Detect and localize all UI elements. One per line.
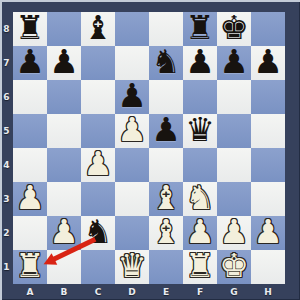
chess-board-frame: 87654321 ABCDEFGH ♜♝♜♚♟♟♞♟♟♟♟♟♟♛♟♟♝♞♟♞♝♟… — [0, 0, 300, 300]
square-h4[interactable] — [251, 148, 285, 182]
square-a4[interactable] — [13, 148, 47, 182]
file-label-C: C — [81, 284, 115, 300]
square-e5[interactable]: ♟ — [149, 114, 183, 148]
square-d2[interactable] — [115, 216, 149, 250]
white-pawn[interactable]: ♟ — [15, 181, 45, 215]
square-b4[interactable] — [47, 148, 81, 182]
rank-label-5: 5 — [0, 114, 13, 148]
square-g2[interactable]: ♟ — [217, 216, 251, 250]
square-f2[interactable]: ♟ — [183, 216, 217, 250]
square-h7[interactable]: ♟ — [251, 46, 285, 80]
square-e3[interactable]: ♝ — [149, 182, 183, 216]
black-pawn[interactable]: ♟ — [49, 45, 79, 79]
file-label-B: B — [47, 284, 81, 300]
square-b2[interactable]: ♟ — [47, 216, 81, 250]
square-g7[interactable]: ♟ — [217, 46, 251, 80]
white-pawn[interactable]: ♟ — [83, 147, 113, 181]
square-b6[interactable] — [47, 80, 81, 114]
rank-label-2: 2 — [0, 216, 13, 250]
square-g1[interactable]: ♚ — [217, 250, 251, 284]
white-king[interactable]: ♚ — [219, 249, 249, 283]
white-pawn[interactable]: ♟ — [219, 215, 249, 249]
black-queen[interactable]: ♛ — [185, 113, 215, 147]
black-knight[interactable]: ♞ — [151, 45, 181, 79]
white-pawn[interactable]: ♟ — [117, 113, 147, 147]
square-g4[interactable] — [217, 148, 251, 182]
square-b1[interactable] — [47, 250, 81, 284]
white-pawn[interactable]: ♟ — [185, 215, 215, 249]
black-pawn[interactable]: ♟ — [15, 45, 45, 79]
square-a2[interactable] — [13, 216, 47, 250]
square-e4[interactable] — [149, 148, 183, 182]
square-b7[interactable]: ♟ — [47, 46, 81, 80]
black-king[interactable]: ♚ — [219, 11, 249, 45]
white-pawn[interactable]: ♟ — [49, 215, 79, 249]
file-label-E: E — [149, 284, 183, 300]
square-c3[interactable] — [81, 182, 115, 216]
square-d4[interactable] — [115, 148, 149, 182]
square-a6[interactable] — [13, 80, 47, 114]
square-e8[interactable] — [149, 12, 183, 46]
file-label-G: G — [217, 284, 251, 300]
square-d3[interactable] — [115, 182, 149, 216]
black-rook[interactable]: ♜ — [15, 11, 45, 45]
square-a3[interactable]: ♟ — [13, 182, 47, 216]
square-b5[interactable] — [47, 114, 81, 148]
square-f5[interactable]: ♛ — [183, 114, 217, 148]
square-a1[interactable]: ♜ — [13, 250, 47, 284]
square-b8[interactable] — [47, 12, 81, 46]
square-h2[interactable]: ♟ — [251, 216, 285, 250]
square-f3[interactable]: ♞ — [183, 182, 217, 216]
square-f4[interactable] — [183, 148, 217, 182]
black-knight[interactable]: ♞ — [83, 215, 113, 249]
square-c1[interactable] — [81, 250, 115, 284]
rank-label-6: 6 — [0, 80, 13, 114]
black-pawn[interactable]: ♟ — [117, 79, 147, 113]
rank-labels: 87654321 — [0, 12, 13, 284]
square-c4[interactable]: ♟ — [81, 148, 115, 182]
square-g3[interactable] — [217, 182, 251, 216]
black-pawn[interactable]: ♟ — [253, 45, 283, 79]
square-a8[interactable]: ♜ — [13, 12, 47, 46]
square-a7[interactable]: ♟ — [13, 46, 47, 80]
rank-label-4: 4 — [0, 148, 13, 182]
square-e7[interactable]: ♞ — [149, 46, 183, 80]
black-pawn[interactable]: ♟ — [219, 45, 249, 79]
square-h3[interactable] — [251, 182, 285, 216]
white-knight[interactable]: ♞ — [185, 181, 215, 215]
square-b3[interactable] — [47, 182, 81, 216]
rank-label-3: 3 — [0, 182, 13, 216]
square-c7[interactable] — [81, 46, 115, 80]
square-d1[interactable]: ♛ — [115, 250, 149, 284]
white-rook[interactable]: ♜ — [185, 249, 215, 283]
square-f1[interactable]: ♜ — [183, 250, 217, 284]
square-e1[interactable] — [149, 250, 183, 284]
rank-label-7: 7 — [0, 46, 13, 80]
square-g8[interactable]: ♚ — [217, 12, 251, 46]
square-c6[interactable] — [81, 80, 115, 114]
rank-label-1: 1 — [0, 250, 13, 284]
square-h1[interactable] — [251, 250, 285, 284]
black-rook[interactable]: ♜ — [185, 11, 215, 45]
square-h8[interactable] — [251, 12, 285, 46]
square-h6[interactable] — [251, 80, 285, 114]
file-label-F: F — [183, 284, 217, 300]
square-d6[interactable]: ♟ — [115, 80, 149, 114]
white-pawn[interactable]: ♟ — [253, 215, 283, 249]
file-labels: ABCDEFGH — [13, 284, 285, 300]
white-rook[interactable]: ♜ — [15, 249, 45, 283]
square-h5[interactable] — [251, 114, 285, 148]
chess-board: ♜♝♜♚♟♟♞♟♟♟♟♟♟♛♟♟♝♞♟♞♝♟♟♟♜♛♜♚ — [13, 12, 285, 284]
square-a5[interactable] — [13, 114, 47, 148]
rank-label-8: 8 — [0, 12, 13, 46]
file-label-D: D — [115, 284, 149, 300]
white-queen[interactable]: ♛ — [117, 249, 147, 283]
square-f7[interactable]: ♟ — [183, 46, 217, 80]
square-c5[interactable] — [81, 114, 115, 148]
square-c8[interactable]: ♝ — [81, 12, 115, 46]
black-pawn[interactable]: ♟ — [151, 113, 181, 147]
black-bishop[interactable]: ♝ — [83, 11, 113, 45]
square-d5[interactable]: ♟ — [115, 114, 149, 148]
square-e2[interactable]: ♝ — [149, 216, 183, 250]
square-f6[interactable] — [183, 80, 217, 114]
white-bishop[interactable]: ♝ — [151, 181, 181, 215]
square-d8[interactable] — [115, 12, 149, 46]
file-label-H: H — [251, 284, 285, 300]
square-g6[interactable] — [217, 80, 251, 114]
square-g5[interactable] — [217, 114, 251, 148]
square-f8[interactable]: ♜ — [183, 12, 217, 46]
file-label-A: A — [13, 284, 47, 300]
square-e6[interactable] — [149, 80, 183, 114]
square-d7[interactable] — [115, 46, 149, 80]
black-pawn[interactable]: ♟ — [185, 45, 215, 79]
white-bishop[interactable]: ♝ — [151, 215, 181, 249]
square-c2[interactable]: ♞ — [81, 216, 115, 250]
